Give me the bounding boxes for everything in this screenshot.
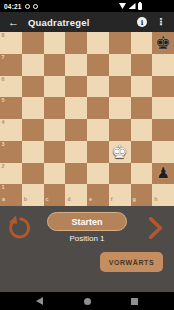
square-b6[interactable] bbox=[22, 76, 44, 98]
square-e1[interactable]: e bbox=[87, 184, 109, 206]
square-g1[interactable]: g bbox=[131, 184, 153, 206]
square-c6[interactable] bbox=[44, 76, 66, 98]
square-a3[interactable]: 3 bbox=[0, 141, 22, 163]
square-g8[interactable] bbox=[131, 32, 153, 54]
square-d8[interactable] bbox=[65, 32, 87, 54]
square-a8[interactable]: 8 bbox=[0, 32, 22, 54]
start-button[interactable]: Starten bbox=[47, 212, 127, 231]
square-f6[interactable] bbox=[109, 76, 131, 98]
square-f4[interactable] bbox=[109, 119, 131, 141]
file-label: d bbox=[67, 197, 70, 203]
file-label: e bbox=[89, 197, 92, 203]
rank-label: 2 bbox=[2, 164, 5, 170]
status-bar-left: 04:21 bbox=[4, 3, 38, 10]
square-b3[interactable] bbox=[22, 141, 44, 163]
square-g7[interactable] bbox=[131, 54, 153, 76]
square-c7[interactable] bbox=[44, 54, 66, 76]
notification-icon bbox=[25, 4, 30, 9]
square-h5[interactable] bbox=[152, 97, 174, 119]
square-b4[interactable] bbox=[22, 119, 44, 141]
square-f8[interactable] bbox=[109, 32, 131, 54]
square-d1[interactable]: d bbox=[65, 184, 87, 206]
rank-label: 6 bbox=[2, 77, 5, 83]
status-time: 04:21 bbox=[4, 3, 22, 10]
square-f1[interactable]: f bbox=[109, 184, 131, 206]
square-h2[interactable]: ♟ bbox=[152, 163, 174, 185]
square-a2[interactable]: 2 bbox=[0, 163, 22, 185]
square-a5[interactable]: 5 bbox=[0, 97, 22, 119]
square-g3[interactable] bbox=[131, 141, 153, 163]
piece-bK-h8[interactable]: ♚ bbox=[152, 32, 174, 54]
notification-icon bbox=[33, 4, 38, 9]
app-bar: ← Quadratregel i ⋮ bbox=[0, 12, 174, 32]
square-e3[interactable] bbox=[87, 141, 109, 163]
back-arrow-icon[interactable]: ← bbox=[8, 16, 28, 28]
square-e6[interactable] bbox=[87, 76, 109, 98]
square-a6[interactable]: 6 bbox=[0, 76, 22, 98]
file-label: b bbox=[24, 197, 27, 203]
piece-wK-f3[interactable]: ♚ bbox=[109, 141, 131, 163]
controls-center: Starten Position 1 bbox=[33, 212, 141, 243]
square-h3[interactable] bbox=[152, 141, 174, 163]
info-icon[interactable]: i bbox=[137, 17, 147, 27]
rank-label: 5 bbox=[2, 98, 5, 104]
square-f5[interactable] bbox=[109, 97, 131, 119]
square-g2[interactable] bbox=[131, 163, 153, 185]
rank-label: 1 bbox=[2, 185, 5, 191]
square-d7[interactable] bbox=[65, 54, 87, 76]
square-a4[interactable]: 4 bbox=[0, 119, 22, 141]
overflow-menu-icon[interactable]: ⋮ bbox=[156, 17, 166, 27]
square-c2[interactable] bbox=[44, 163, 66, 185]
file-label: g bbox=[133, 197, 136, 203]
controls-row: Starten Position 1 bbox=[0, 212, 174, 243]
square-f7[interactable] bbox=[109, 54, 131, 76]
page-title: Quadratregel bbox=[28, 17, 137, 28]
nav-home-icon[interactable] bbox=[84, 298, 91, 305]
next-position-button[interactable] bbox=[141, 214, 169, 242]
square-d2[interactable] bbox=[65, 163, 87, 185]
rank-label: 4 bbox=[2, 120, 5, 126]
controls-panel: Starten Position 1 VORWÄRTS bbox=[0, 206, 174, 292]
square-e2[interactable] bbox=[87, 163, 109, 185]
square-e5[interactable] bbox=[87, 97, 109, 119]
square-a7[interactable]: 7 bbox=[0, 54, 22, 76]
rank-label: 3 bbox=[2, 142, 5, 148]
square-c3[interactable] bbox=[44, 141, 66, 163]
rank-label: 7 bbox=[2, 55, 5, 61]
square-e7[interactable] bbox=[87, 54, 109, 76]
file-label: a bbox=[2, 197, 5, 203]
square-b5[interactable] bbox=[22, 97, 44, 119]
position-label: Position 1 bbox=[69, 234, 104, 243]
square-h6[interactable] bbox=[152, 76, 174, 98]
square-h4[interactable] bbox=[152, 119, 174, 141]
signal-icon bbox=[129, 3, 136, 9]
square-h8[interactable]: ♚ bbox=[152, 32, 174, 54]
file-label: f bbox=[111, 197, 113, 203]
square-d6[interactable] bbox=[65, 76, 87, 98]
reset-circular-arrow-icon bbox=[6, 215, 32, 241]
square-b1[interactable]: b bbox=[22, 184, 44, 206]
square-b2[interactable] bbox=[22, 163, 44, 185]
square-d4[interactable] bbox=[65, 119, 87, 141]
square-e8[interactable] bbox=[87, 32, 109, 54]
square-c5[interactable] bbox=[44, 97, 66, 119]
square-c4[interactable] bbox=[44, 119, 66, 141]
square-g4[interactable] bbox=[131, 119, 153, 141]
square-e4[interactable] bbox=[87, 119, 109, 141]
app-screen: 04:21 ← Quadratregel i ⋮ 8♚76543♚2♟1abcd… bbox=[0, 0, 174, 310]
square-g5[interactable] bbox=[131, 97, 153, 119]
square-h1[interactable]: h bbox=[152, 184, 174, 206]
square-f3[interactable]: ♚ bbox=[109, 141, 131, 163]
status-bar: 04:21 bbox=[0, 0, 174, 12]
chevron-right-icon bbox=[142, 214, 168, 242]
chess-board: 8♚76543♚2♟1abcdefgh bbox=[0, 32, 174, 206]
square-c1[interactable]: c bbox=[44, 184, 66, 206]
square-b7[interactable] bbox=[22, 54, 44, 76]
square-d3[interactable] bbox=[65, 141, 87, 163]
square-h7[interactable] bbox=[152, 54, 174, 76]
status-bar-right bbox=[119, 3, 170, 10]
square-d5[interactable] bbox=[65, 97, 87, 119]
file-label: h bbox=[154, 197, 157, 203]
nav-back-icon[interactable] bbox=[36, 297, 43, 305]
nav-recents-icon[interactable] bbox=[131, 298, 138, 305]
square-c8[interactable] bbox=[44, 32, 66, 54]
square-f2[interactable] bbox=[109, 163, 131, 185]
wifi-icon bbox=[119, 3, 126, 9]
forward-button[interactable]: VORWÄRTS bbox=[100, 252, 163, 272]
reset-button[interactable] bbox=[5, 214, 33, 242]
square-b8[interactable] bbox=[22, 32, 44, 54]
android-nav-bar bbox=[0, 292, 174, 310]
file-label: c bbox=[46, 197, 49, 203]
rank-label: 8 bbox=[2, 33, 5, 39]
square-g6[interactable] bbox=[131, 76, 153, 98]
forward-row: VORWÄRTS bbox=[0, 243, 174, 272]
square-a1[interactable]: 1a bbox=[0, 184, 22, 206]
piece-bP-h2[interactable]: ♟ bbox=[152, 163, 174, 185]
battery-icon bbox=[138, 3, 142, 10]
